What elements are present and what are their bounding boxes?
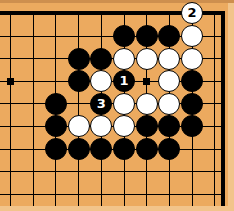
grid-line-horizontal xyxy=(0,194,221,195)
black-stone: 3 xyxy=(90,93,112,115)
black-stone xyxy=(113,25,135,47)
white-stone xyxy=(113,93,135,115)
board-frame-bottom xyxy=(0,206,234,211)
grid-line-vertical xyxy=(78,13,79,206)
star-point xyxy=(7,78,14,85)
grid-line-vertical xyxy=(33,13,34,206)
black-stone xyxy=(68,70,90,92)
white-stone xyxy=(113,48,135,70)
white-stone xyxy=(136,48,158,70)
move-number-label: 2 xyxy=(188,2,197,24)
black-stone xyxy=(68,138,90,160)
go-diagram: 213 xyxy=(0,0,234,211)
black-stone xyxy=(113,138,135,160)
board-frame-right xyxy=(228,3,234,211)
star-point xyxy=(143,78,150,85)
black-stone xyxy=(45,93,67,115)
white-stone xyxy=(181,48,203,70)
black-stone xyxy=(68,48,90,70)
grid-line-vertical xyxy=(214,13,215,206)
grid-line-vertical xyxy=(10,13,11,206)
white-stone xyxy=(181,25,203,47)
white-stone xyxy=(136,93,158,115)
white-stone xyxy=(68,115,90,137)
black-stone xyxy=(136,138,158,160)
black-stone xyxy=(136,115,158,137)
black-stone xyxy=(136,25,158,47)
white-stone xyxy=(158,48,180,70)
grid-line-horizontal xyxy=(0,171,221,172)
black-stone xyxy=(181,93,203,115)
board-frame-top xyxy=(0,0,234,3)
move-number-label: 3 xyxy=(97,93,106,115)
move-number-label: 1 xyxy=(119,70,128,92)
black-stone xyxy=(45,138,67,160)
board-right-edge xyxy=(221,11,225,206)
black-stone xyxy=(90,48,112,70)
